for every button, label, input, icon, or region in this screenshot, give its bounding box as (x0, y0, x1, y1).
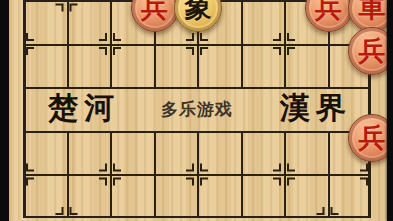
board-cell[interactable] (241, 131, 285, 175)
left-edge-bar (0, 0, 9, 221)
board-cell[interactable] (241, 174, 285, 218)
board-cell[interactable] (23, 0, 67, 44)
board-cell[interactable] (67, 44, 111, 88)
app-watermark: 多乐游戏 (161, 98, 233, 121)
board-cell[interactable] (23, 174, 67, 218)
board-cell[interactable] (284, 174, 328, 218)
board-cell[interactable] (241, 0, 285, 44)
board-cell[interactable] (67, 174, 111, 218)
river-label-han: 漢界 (280, 88, 352, 129)
board-cell[interactable] (154, 174, 198, 218)
board-cell[interactable] (197, 174, 241, 218)
river-label-chu: 楚河 (48, 88, 120, 129)
river: 楚河 多乐游戏 漢界 (23, 87, 371, 131)
board-cell[interactable] (284, 131, 328, 175)
board-cell[interactable] (197, 44, 241, 88)
board-cell[interactable] (67, 0, 111, 44)
board-cell[interactable] (284, 44, 328, 88)
xiangqi-board-screen: 楚河 多乐游戏 漢界 兵象兵車兵兵 (0, 0, 393, 221)
board-cell[interactable] (197, 131, 241, 175)
board-cell[interactable] (241, 44, 285, 88)
board-cell[interactable] (154, 44, 198, 88)
board-cell[interactable] (110, 131, 154, 175)
board-cell[interactable] (328, 174, 372, 218)
board-cell[interactable] (110, 44, 154, 88)
right-edge-bar (387, 0, 393, 221)
board-cell[interactable] (23, 131, 67, 175)
board-cell[interactable] (23, 44, 67, 88)
xiangqi-board[interactable]: 楚河 多乐游戏 漢界 (23, 0, 371, 218)
board-cell[interactable] (110, 174, 154, 218)
board-cell[interactable] (67, 131, 111, 175)
board-cell[interactable] (154, 131, 198, 175)
